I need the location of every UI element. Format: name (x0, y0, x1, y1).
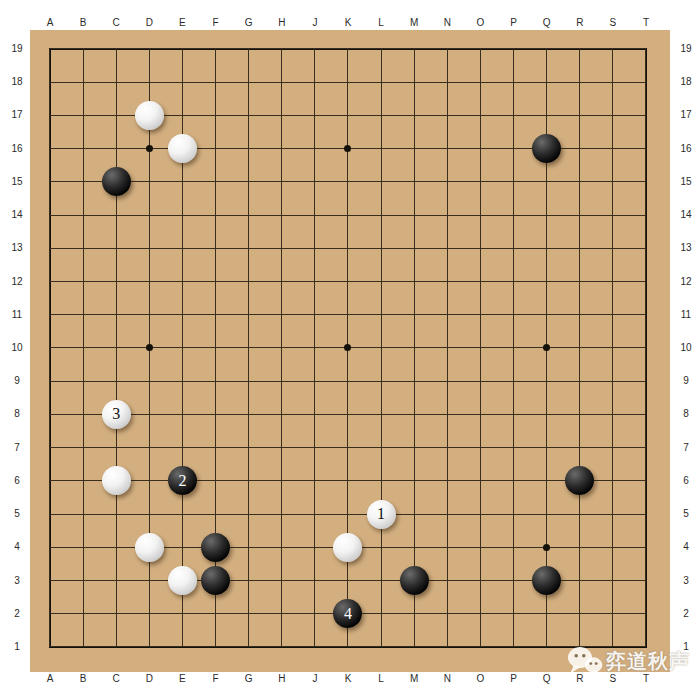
intersection-K5[interactable] (331, 497, 364, 530)
intersection-G3[interactable] (232, 564, 265, 597)
intersection-B11[interactable] (67, 298, 100, 331)
intersection-M9[interactable] (398, 365, 431, 398)
intersection-O5[interactable] (464, 497, 497, 530)
intersection-F19[interactable] (199, 32, 232, 65)
intersection-T7[interactable] (629, 431, 662, 464)
intersection-S5[interactable] (596, 497, 629, 530)
intersection-G14[interactable] (232, 198, 265, 231)
intersection-D15[interactable] (133, 165, 166, 198)
intersection-F14[interactable] (199, 198, 232, 231)
intersection-N9[interactable] (431, 365, 464, 398)
intersection-D11[interactable] (133, 298, 166, 331)
intersection-S4[interactable] (596, 531, 629, 564)
intersection-B7[interactable] (67, 431, 100, 464)
intersection-K15[interactable] (331, 165, 364, 198)
intersection-L16[interactable] (365, 132, 398, 165)
intersection-M4[interactable] (398, 531, 431, 564)
intersection-N18[interactable] (431, 66, 464, 99)
intersection-N6[interactable] (431, 464, 464, 497)
intersection-H5[interactable] (265, 497, 298, 530)
intersection-T10[interactable] (629, 331, 662, 364)
intersection-N12[interactable] (431, 265, 464, 298)
intersection-O15[interactable] (464, 165, 497, 198)
intersection-P15[interactable] (497, 165, 530, 198)
intersection-O11[interactable] (464, 298, 497, 331)
stone-white-E16[interactable] (168, 134, 197, 163)
intersection-H8[interactable] (265, 398, 298, 431)
intersection-T4[interactable] (629, 531, 662, 564)
intersection-L10[interactable] (365, 331, 398, 364)
intersection-F15[interactable] (199, 165, 232, 198)
intersection-N3[interactable] (431, 564, 464, 597)
intersection-Q15[interactable] (530, 165, 563, 198)
intersection-H12[interactable] (265, 265, 298, 298)
intersection-B19[interactable] (67, 32, 100, 65)
intersection-H1[interactable] (265, 630, 298, 663)
intersection-S14[interactable] (596, 198, 629, 231)
intersection-A8[interactable] (33, 398, 66, 431)
intersection-S6[interactable] (596, 464, 629, 497)
intersection-A17[interactable] (33, 99, 66, 132)
intersection-J4[interactable] (298, 531, 331, 564)
intersection-E17[interactable] (166, 99, 199, 132)
intersection-M6[interactable] (398, 464, 431, 497)
intersection-L14[interactable] (365, 198, 398, 231)
intersection-M12[interactable] (398, 265, 431, 298)
intersection-J12[interactable] (298, 265, 331, 298)
intersection-B15[interactable] (67, 165, 100, 198)
intersection-C17[interactable] (100, 99, 133, 132)
intersection-D9[interactable] (133, 365, 166, 398)
intersection-N13[interactable] (431, 232, 464, 265)
intersection-B2[interactable] (67, 597, 100, 630)
intersection-F16[interactable] (199, 132, 232, 165)
intersection-Q1[interactable] (530, 630, 563, 663)
intersection-G10[interactable] (232, 331, 265, 364)
intersection-P10[interactable] (497, 331, 530, 364)
intersection-G12[interactable] (232, 265, 265, 298)
intersection-C16[interactable] (100, 132, 133, 165)
intersection-E9[interactable] (166, 365, 199, 398)
intersection-J1[interactable] (298, 630, 331, 663)
intersection-A13[interactable] (33, 232, 66, 265)
intersection-H10[interactable] (265, 331, 298, 364)
intersection-F13[interactable] (199, 232, 232, 265)
intersection-M14[interactable] (398, 198, 431, 231)
intersection-E1[interactable] (166, 630, 199, 663)
intersection-B4[interactable] (67, 531, 100, 564)
intersection-Q9[interactable] (530, 365, 563, 398)
intersection-M2[interactable] (398, 597, 431, 630)
intersection-D7[interactable] (133, 431, 166, 464)
intersection-G1[interactable] (232, 630, 265, 663)
intersection-B3[interactable] (67, 564, 100, 597)
intersection-P17[interactable] (497, 99, 530, 132)
intersection-K12[interactable] (331, 265, 364, 298)
intersection-M10[interactable] (398, 331, 431, 364)
intersection-P1[interactable] (497, 630, 530, 663)
intersection-S17[interactable] (596, 99, 629, 132)
intersection-K6[interactable] (331, 464, 364, 497)
intersection-Q5[interactable] (530, 497, 563, 530)
intersection-N15[interactable] (431, 165, 464, 198)
intersection-P14[interactable] (497, 198, 530, 231)
intersection-N7[interactable] (431, 431, 464, 464)
intersection-R19[interactable] (563, 32, 596, 65)
intersection-D5[interactable] (133, 497, 166, 530)
intersection-Q7[interactable] (530, 431, 563, 464)
intersection-T12[interactable] (629, 265, 662, 298)
intersection-C3[interactable] (100, 564, 133, 597)
stone-white-D17[interactable] (135, 101, 164, 130)
intersection-A7[interactable] (33, 431, 66, 464)
intersection-J11[interactable] (298, 298, 331, 331)
intersection-D19[interactable] (133, 32, 166, 65)
intersection-L2[interactable] (365, 597, 398, 630)
intersection-L4[interactable] (365, 531, 398, 564)
intersection-H16[interactable] (265, 132, 298, 165)
intersection-H6[interactable] (265, 464, 298, 497)
intersection-O12[interactable] (464, 265, 497, 298)
intersection-J5[interactable] (298, 497, 331, 530)
intersection-D1[interactable] (133, 630, 166, 663)
stone-white-E3[interactable] (168, 566, 197, 595)
intersection-A10[interactable] (33, 331, 66, 364)
intersection-F5[interactable] (199, 497, 232, 530)
intersection-F8[interactable] (199, 398, 232, 431)
intersection-M19[interactable] (398, 32, 431, 65)
intersection-L11[interactable] (365, 298, 398, 331)
intersection-G15[interactable] (232, 165, 265, 198)
intersection-L18[interactable] (365, 66, 398, 99)
intersection-M15[interactable] (398, 165, 431, 198)
intersection-J3[interactable] (298, 564, 331, 597)
intersection-C11[interactable] (100, 298, 133, 331)
intersection-G8[interactable] (232, 398, 265, 431)
intersection-R7[interactable] (563, 431, 596, 464)
intersection-R15[interactable] (563, 165, 596, 198)
intersection-K17[interactable] (331, 99, 364, 132)
intersection-H11[interactable] (265, 298, 298, 331)
intersection-P16[interactable] (497, 132, 530, 165)
intersection-L17[interactable] (365, 99, 398, 132)
intersection-G4[interactable] (232, 531, 265, 564)
intersection-O4[interactable] (464, 531, 497, 564)
intersection-G17[interactable] (232, 99, 265, 132)
intersection-L12[interactable] (365, 265, 398, 298)
intersection-C1[interactable] (100, 630, 133, 663)
intersection-O8[interactable] (464, 398, 497, 431)
intersection-N4[interactable] (431, 531, 464, 564)
stone-white-L5[interactable]: 1 (367, 500, 396, 529)
intersection-O13[interactable] (464, 232, 497, 265)
intersection-J10[interactable] (298, 331, 331, 364)
intersection-P9[interactable] (497, 365, 530, 398)
intersection-K7[interactable] (331, 431, 364, 464)
intersection-D3[interactable] (133, 564, 166, 597)
intersection-T16[interactable] (629, 132, 662, 165)
intersection-Q8[interactable] (530, 398, 563, 431)
intersection-P19[interactable] (497, 32, 530, 65)
intersection-A6[interactable] (33, 464, 66, 497)
intersection-R17[interactable] (563, 99, 596, 132)
intersection-S3[interactable] (596, 564, 629, 597)
intersection-P8[interactable] (497, 398, 530, 431)
intersection-T5[interactable] (629, 497, 662, 530)
stone-black-Q3[interactable] (532, 566, 561, 595)
intersection-J7[interactable] (298, 431, 331, 464)
intersection-K11[interactable] (331, 298, 364, 331)
intersection-N1[interactable] (431, 630, 464, 663)
intersection-C19[interactable] (100, 32, 133, 65)
intersection-M8[interactable] (398, 398, 431, 431)
intersection-H4[interactable] (265, 531, 298, 564)
intersection-B16[interactable] (67, 132, 100, 165)
intersection-G11[interactable] (232, 298, 265, 331)
intersection-H18[interactable] (265, 66, 298, 99)
intersection-A5[interactable] (33, 497, 66, 530)
intersection-C14[interactable] (100, 198, 133, 231)
intersection-A9[interactable] (33, 365, 66, 398)
intersection-H15[interactable] (265, 165, 298, 198)
intersection-T15[interactable] (629, 165, 662, 198)
intersection-D2[interactable] (133, 597, 166, 630)
intersection-P7[interactable] (497, 431, 530, 464)
intersection-O9[interactable] (464, 365, 497, 398)
intersection-A4[interactable] (33, 531, 66, 564)
intersection-F2[interactable] (199, 597, 232, 630)
intersection-G19[interactable] (232, 32, 265, 65)
intersection-F9[interactable] (199, 365, 232, 398)
intersection-F12[interactable] (199, 265, 232, 298)
intersection-D18[interactable] (133, 66, 166, 99)
intersection-K14[interactable] (331, 198, 364, 231)
intersection-B13[interactable] (67, 232, 100, 265)
intersection-G9[interactable] (232, 365, 265, 398)
intersection-K9[interactable] (331, 365, 364, 398)
intersection-N2[interactable] (431, 597, 464, 630)
intersection-T6[interactable] (629, 464, 662, 497)
intersection-C18[interactable] (100, 66, 133, 99)
intersection-C13[interactable] (100, 232, 133, 265)
intersection-O7[interactable] (464, 431, 497, 464)
intersection-P18[interactable] (497, 66, 530, 99)
intersection-K8[interactable] (331, 398, 364, 431)
intersection-N8[interactable] (431, 398, 464, 431)
intersection-B18[interactable] (67, 66, 100, 99)
intersection-J15[interactable] (298, 165, 331, 198)
intersection-J14[interactable] (298, 198, 331, 231)
intersection-E18[interactable] (166, 66, 199, 99)
intersection-S12[interactable] (596, 265, 629, 298)
intersection-O17[interactable] (464, 99, 497, 132)
intersection-Q2[interactable] (530, 597, 563, 630)
intersection-B5[interactable] (67, 497, 100, 530)
intersection-A3[interactable] (33, 564, 66, 597)
intersection-P13[interactable] (497, 232, 530, 265)
intersection-O3[interactable] (464, 564, 497, 597)
intersection-D14[interactable] (133, 198, 166, 231)
intersection-R8[interactable] (563, 398, 596, 431)
intersection-B14[interactable] (67, 198, 100, 231)
intersection-R5[interactable] (563, 497, 596, 530)
intersection-A1[interactable] (33, 630, 66, 663)
intersection-S8[interactable] (596, 398, 629, 431)
intersection-R12[interactable] (563, 265, 596, 298)
intersection-S7[interactable] (596, 431, 629, 464)
intersection-M7[interactable] (398, 431, 431, 464)
intersection-E11[interactable] (166, 298, 199, 331)
intersection-B12[interactable] (67, 265, 100, 298)
intersection-L19[interactable] (365, 32, 398, 65)
intersection-A14[interactable] (33, 198, 66, 231)
intersection-H13[interactable] (265, 232, 298, 265)
intersection-S10[interactable] (596, 331, 629, 364)
intersection-B8[interactable] (67, 398, 100, 431)
intersection-M17[interactable] (398, 99, 431, 132)
intersection-J17[interactable] (298, 99, 331, 132)
intersection-F11[interactable] (199, 298, 232, 331)
intersection-C7[interactable] (100, 431, 133, 464)
intersection-E13[interactable] (166, 232, 199, 265)
intersection-K3[interactable] (331, 564, 364, 597)
intersection-P12[interactable] (497, 265, 530, 298)
intersection-Q17[interactable] (530, 99, 563, 132)
intersection-E19[interactable] (166, 32, 199, 65)
intersection-M1[interactable] (398, 630, 431, 663)
stone-white-C8[interactable]: 3 (102, 400, 131, 429)
intersection-A18[interactable] (33, 66, 66, 99)
intersection-H2[interactable] (265, 597, 298, 630)
intersection-B17[interactable] (67, 99, 100, 132)
intersection-P6[interactable] (497, 464, 530, 497)
intersection-N14[interactable] (431, 198, 464, 231)
intersection-E2[interactable] (166, 597, 199, 630)
intersection-G2[interactable] (232, 597, 265, 630)
intersection-Q14[interactable] (530, 198, 563, 231)
intersection-R3[interactable] (563, 564, 596, 597)
intersection-S13[interactable] (596, 232, 629, 265)
intersection-F6[interactable] (199, 464, 232, 497)
intersection-S16[interactable] (596, 132, 629, 165)
intersection-F17[interactable] (199, 99, 232, 132)
intersection-G16[interactable] (232, 132, 265, 165)
intersection-O1[interactable] (464, 630, 497, 663)
intersection-M13[interactable] (398, 232, 431, 265)
intersection-B1[interactable] (67, 630, 100, 663)
intersection-T11[interactable] (629, 298, 662, 331)
intersection-L3[interactable] (365, 564, 398, 597)
intersection-T17[interactable] (629, 99, 662, 132)
intersection-K19[interactable] (331, 32, 364, 65)
intersection-G5[interactable] (232, 497, 265, 530)
intersection-C4[interactable] (100, 531, 133, 564)
intersection-L7[interactable] (365, 431, 398, 464)
intersection-G18[interactable] (232, 66, 265, 99)
intersection-M16[interactable] (398, 132, 431, 165)
intersection-O19[interactable] (464, 32, 497, 65)
intersection-F7[interactable] (199, 431, 232, 464)
intersection-J16[interactable] (298, 132, 331, 165)
intersection-A11[interactable] (33, 298, 66, 331)
intersection-E4[interactable] (166, 531, 199, 564)
intersection-T8[interactable] (629, 398, 662, 431)
intersection-F18[interactable] (199, 66, 232, 99)
intersection-J2[interactable] (298, 597, 331, 630)
intersection-Q18[interactable] (530, 66, 563, 99)
intersection-H9[interactable] (265, 365, 298, 398)
intersection-G13[interactable] (232, 232, 265, 265)
intersection-N11[interactable] (431, 298, 464, 331)
intersection-P5[interactable] (497, 497, 530, 530)
intersection-H3[interactable] (265, 564, 298, 597)
intersection-B10[interactable] (67, 331, 100, 364)
intersection-H17[interactable] (265, 99, 298, 132)
intersection-P3[interactable] (497, 564, 530, 597)
intersection-E8[interactable] (166, 398, 199, 431)
intersection-A19[interactable] (33, 32, 66, 65)
intersection-N10[interactable] (431, 331, 464, 364)
intersection-J13[interactable] (298, 232, 331, 265)
intersection-R18[interactable] (563, 66, 596, 99)
intersection-P11[interactable] (497, 298, 530, 331)
intersection-H7[interactable] (265, 431, 298, 464)
intersection-D6[interactable] (133, 464, 166, 497)
intersection-H14[interactable] (265, 198, 298, 231)
intersection-T9[interactable] (629, 365, 662, 398)
intersection-T2[interactable] (629, 597, 662, 630)
intersection-N16[interactable] (431, 132, 464, 165)
intersection-S19[interactable] (596, 32, 629, 65)
intersection-B9[interactable] (67, 365, 100, 398)
intersection-O2[interactable] (464, 597, 497, 630)
intersection-A15[interactable] (33, 165, 66, 198)
intersection-L1[interactable] (365, 630, 398, 663)
intersection-O6[interactable] (464, 464, 497, 497)
stone-white-C6[interactable] (102, 466, 131, 495)
intersection-T14[interactable] (629, 198, 662, 231)
intersection-L9[interactable] (365, 365, 398, 398)
intersection-R2[interactable] (563, 597, 596, 630)
intersection-N5[interactable] (431, 497, 464, 530)
intersection-R9[interactable] (563, 365, 596, 398)
intersection-B6[interactable] (67, 464, 100, 497)
intersection-A12[interactable] (33, 265, 66, 298)
intersection-R16[interactable] (563, 132, 596, 165)
intersection-G7[interactable] (232, 431, 265, 464)
intersection-M18[interactable] (398, 66, 431, 99)
intersection-R14[interactable] (563, 198, 596, 231)
intersection-C12[interactable] (100, 265, 133, 298)
intersection-J9[interactable] (298, 365, 331, 398)
intersection-E7[interactable] (166, 431, 199, 464)
stone-white-D4[interactable] (135, 533, 164, 562)
intersection-C5[interactable] (100, 497, 133, 530)
intersection-L6[interactable] (365, 464, 398, 497)
intersection-T3[interactable] (629, 564, 662, 597)
intersection-P2[interactable] (497, 597, 530, 630)
intersection-M11[interactable] (398, 298, 431, 331)
intersection-L13[interactable] (365, 232, 398, 265)
intersection-G6[interactable] (232, 464, 265, 497)
stone-black-C15[interactable] (102, 167, 131, 196)
intersection-Q19[interactable] (530, 32, 563, 65)
intersection-C2[interactable] (100, 597, 133, 630)
intersection-E14[interactable] (166, 198, 199, 231)
intersection-J6[interactable] (298, 464, 331, 497)
intersection-D12[interactable] (133, 265, 166, 298)
intersection-R13[interactable] (563, 232, 596, 265)
